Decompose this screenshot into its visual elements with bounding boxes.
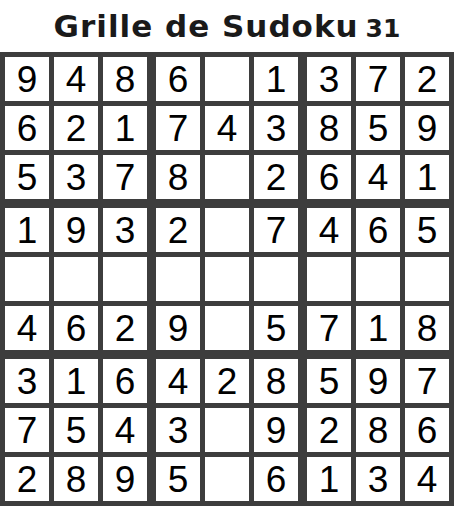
cell-r2c8[interactable]: 5 bbox=[356, 106, 400, 150]
cell-r1c5[interactable] bbox=[205, 57, 249, 101]
cell-r3c9[interactable]: 1 bbox=[405, 155, 449, 199]
cell-r1c6[interactable]: 1 bbox=[254, 57, 298, 101]
sudoku-board: 9486137262174385953782641193274654629571… bbox=[0, 52, 454, 506]
cell-r5c9[interactable] bbox=[405, 257, 449, 301]
cell-r7c6[interactable]: 8 bbox=[254, 359, 298, 403]
cell-r7c3[interactable]: 6 bbox=[103, 359, 147, 403]
cell-r3c1[interactable]: 5 bbox=[5, 155, 49, 199]
title-number: 31 bbox=[366, 14, 401, 43]
cell-r4c3[interactable]: 3 bbox=[103, 208, 147, 252]
cell-r3c4[interactable]: 8 bbox=[156, 155, 200, 199]
cell-r5c3[interactable] bbox=[103, 257, 147, 301]
cell-r8c1[interactable]: 7 bbox=[5, 408, 49, 452]
cell-r9c8[interactable]: 3 bbox=[356, 457, 400, 501]
cell-r8c7[interactable]: 2 bbox=[307, 408, 351, 452]
cell-r9c3[interactable]: 9 bbox=[103, 457, 147, 501]
cell-r4c1[interactable]: 1 bbox=[5, 208, 49, 252]
cell-r1c1[interactable]: 9 bbox=[5, 57, 49, 101]
cell-r2c2[interactable]: 2 bbox=[54, 106, 98, 150]
cell-r8c8[interactable]: 8 bbox=[356, 408, 400, 452]
cell-r3c5[interactable] bbox=[205, 155, 249, 199]
cell-r2c7[interactable]: 8 bbox=[307, 106, 351, 150]
cell-r9c4[interactable]: 5 bbox=[156, 457, 200, 501]
cell-r8c9[interactable]: 6 bbox=[405, 408, 449, 452]
cell-r6c5[interactable] bbox=[205, 306, 249, 350]
cell-r6c3[interactable]: 2 bbox=[103, 306, 147, 350]
cell-r8c2[interactable]: 5 bbox=[54, 408, 98, 452]
cell-r9c1[interactable]: 2 bbox=[5, 457, 49, 501]
cell-r3c3[interactable]: 7 bbox=[103, 155, 147, 199]
cell-r4c2[interactable]: 9 bbox=[54, 208, 98, 252]
cell-r1c4[interactable]: 6 bbox=[156, 57, 200, 101]
cell-r9c5[interactable] bbox=[205, 457, 249, 501]
cell-r6c8[interactable]: 1 bbox=[356, 306, 400, 350]
cell-r3c8[interactable]: 4 bbox=[356, 155, 400, 199]
cell-r5c5[interactable] bbox=[205, 257, 249, 301]
cell-r6c9[interactable]: 8 bbox=[405, 306, 449, 350]
cell-r6c2[interactable]: 6 bbox=[54, 306, 98, 350]
cell-r1c9[interactable]: 2 bbox=[405, 57, 449, 101]
cell-r2c9[interactable]: 9 bbox=[405, 106, 449, 150]
cell-r4c8[interactable]: 6 bbox=[356, 208, 400, 252]
cell-r2c1[interactable]: 6 bbox=[5, 106, 49, 150]
cell-r8c5[interactable] bbox=[205, 408, 249, 452]
cell-r9c9[interactable]: 4 bbox=[405, 457, 449, 501]
cell-r4c5[interactable] bbox=[205, 208, 249, 252]
cell-r7c1[interactable]: 3 bbox=[5, 359, 49, 403]
cell-r2c3[interactable]: 1 bbox=[103, 106, 147, 150]
cell-r8c6[interactable]: 9 bbox=[254, 408, 298, 452]
cell-r5c2[interactable] bbox=[54, 257, 98, 301]
cell-r7c4[interactable]: 4 bbox=[156, 359, 200, 403]
cell-r5c7[interactable] bbox=[307, 257, 351, 301]
cell-r5c6[interactable] bbox=[254, 257, 298, 301]
cell-r3c7[interactable]: 6 bbox=[307, 155, 351, 199]
cell-r9c7[interactable]: 1 bbox=[307, 457, 351, 501]
cell-r1c7[interactable]: 3 bbox=[307, 57, 351, 101]
cell-r4c7[interactable]: 4 bbox=[307, 208, 351, 252]
cell-r1c3[interactable]: 8 bbox=[103, 57, 147, 101]
cell-r7c8[interactable]: 9 bbox=[356, 359, 400, 403]
cell-r5c1[interactable] bbox=[5, 257, 49, 301]
cell-r2c4[interactable]: 7 bbox=[156, 106, 200, 150]
cell-r7c9[interactable]: 7 bbox=[405, 359, 449, 403]
cell-r4c6[interactable]: 7 bbox=[254, 208, 298, 252]
cell-r3c6[interactable]: 2 bbox=[254, 155, 298, 199]
cell-r5c8[interactable] bbox=[356, 257, 400, 301]
cell-r6c7[interactable]: 7 bbox=[307, 306, 351, 350]
cell-r7c7[interactable]: 5 bbox=[307, 359, 351, 403]
cell-r6c6[interactable]: 5 bbox=[254, 306, 298, 350]
cell-r9c6[interactable]: 6 bbox=[254, 457, 298, 501]
cell-r5c4[interactable] bbox=[156, 257, 200, 301]
cell-r8c4[interactable]: 3 bbox=[156, 408, 200, 452]
cell-r4c9[interactable]: 5 bbox=[405, 208, 449, 252]
cell-r2c5[interactable]: 4 bbox=[205, 106, 249, 150]
cell-r8c3[interactable]: 4 bbox=[103, 408, 147, 452]
cell-r1c8[interactable]: 7 bbox=[356, 57, 400, 101]
cell-r2c6[interactable]: 3 bbox=[254, 106, 298, 150]
cell-r7c5[interactable]: 2 bbox=[205, 359, 249, 403]
cell-r3c2[interactable]: 3 bbox=[54, 155, 98, 199]
sudoku-page: Grille de Sudoku31 948613726217438595378… bbox=[0, 0, 454, 510]
cell-r9c2[interactable]: 8 bbox=[54, 457, 98, 501]
cell-r7c2[interactable]: 1 bbox=[54, 359, 98, 403]
cell-r4c4[interactable]: 2 bbox=[156, 208, 200, 252]
cell-r6c1[interactable]: 4 bbox=[5, 306, 49, 350]
page-title: Grille de Sudoku31 bbox=[0, 0, 454, 52]
cell-r6c4[interactable]: 9 bbox=[156, 306, 200, 350]
title-text: Grille de Sudoku bbox=[54, 8, 359, 44]
cell-r1c2[interactable]: 4 bbox=[54, 57, 98, 101]
